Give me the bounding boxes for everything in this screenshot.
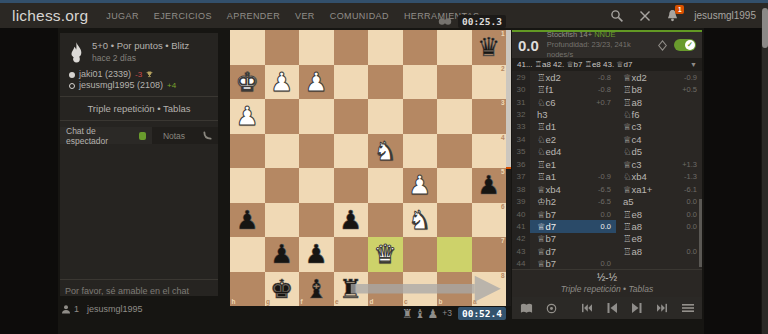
square-a8[interactable]: a8: [472, 272, 507, 307]
move-row-32: 32h3♘f6: [512, 108, 702, 120]
white-move-40[interactable]: ♕b70.0: [530, 208, 616, 220]
move-number: 29: [512, 71, 530, 83]
black-pawn[interactable]: ♟: [339, 207, 362, 233]
square-c4[interactable]: [403, 134, 438, 169]
square-b6[interactable]: [437, 203, 472, 238]
challenge-cross-icon[interactable]: [639, 10, 651, 22]
right-margin: [704, 28, 761, 334]
square-b3[interactable]: [437, 99, 472, 134]
square-f8[interactable]: ♝f: [299, 272, 334, 307]
white-move-39[interactable]: ♔h2-6.5: [530, 195, 616, 207]
square-a3[interactable]: 3: [472, 99, 507, 134]
san: ♔h2: [537, 196, 556, 207]
player-row-black[interactable]: jaki01 (2339) -3: [69, 69, 209, 80]
black-rook[interactable]: ♜: [339, 276, 362, 302]
square-d6[interactable]: [368, 203, 403, 238]
move-number: 37: [512, 171, 530, 183]
black-move-34[interactable]: ♕c4: [616, 133, 702, 145]
black-move-33[interactable]: ♕c3: [616, 121, 702, 133]
square-h6[interactable]: ♟: [230, 203, 265, 238]
square-e1[interactable]: [334, 30, 369, 65]
rank-label: 2: [501, 66, 505, 73]
chevron-down-icon[interactable]: ▼: [690, 61, 697, 68]
white-pawn[interactable]: ♟: [236, 103, 259, 129]
move-row-44: 44♕b70.0: [512, 258, 702, 269]
engine-toggle[interactable]: ✓: [674, 39, 696, 51]
topnav-right: 1 jesusmgl1995: [610, 9, 756, 23]
last-move-button[interactable]: [656, 303, 668, 313]
san: ♖e8: [623, 233, 642, 244]
next-move-button[interactable]: [631, 302, 643, 314]
black-move-37[interactable]: ♘xb4-1.3: [616, 171, 702, 183]
white-pawn[interactable]: ♟: [305, 69, 328, 95]
square-c8[interactable]: c: [403, 272, 438, 307]
white-move-41[interactable]: ♕d70.0: [530, 220, 616, 232]
eval: -0.8: [598, 85, 611, 94]
san: ♖b8: [623, 84, 642, 95]
san: ♖a8: [623, 97, 642, 108]
rank-label: 1: [501, 31, 505, 38]
file-label: e: [335, 299, 339, 306]
white-move-33[interactable]: ♖d1: [530, 121, 616, 133]
square-e7[interactable]: [334, 237, 369, 272]
move-number: 35: [512, 146, 530, 158]
move-row-30: 30♖f1-0.8♖b8+0.5: [512, 83, 702, 95]
analysis-panel: 0.0 Stockfish 14+ NNUE Profundidad: 23/2…: [512, 30, 702, 319]
san: ♖d1: [537, 121, 556, 132]
san: ♕xa1+: [623, 184, 652, 195]
san: ♘d5: [623, 146, 642, 157]
move-row-43: 43♕d7♖a80.0: [512, 245, 702, 257]
square-c2[interactable]: [403, 65, 438, 100]
chat-toggle[interactable]: [139, 132, 146, 140]
previous-move-button[interactable]: [606, 302, 618, 314]
rank-label: 8: [501, 273, 505, 280]
square-g6[interactable]: [265, 203, 300, 238]
square-e8[interactable]: ♜e: [334, 272, 369, 307]
black-bishop[interactable]: ♝: [305, 276, 328, 302]
square-g5[interactable]: [265, 168, 300, 203]
black-move-43[interactable]: ♖a80.0: [616, 245, 702, 257]
person-icon: [62, 305, 70, 314]
white-move-38[interactable]: ♕xb4-6.5: [530, 183, 616, 195]
black-move-32[interactable]: ♘f6: [616, 108, 702, 120]
san: ♕b7: [537, 233, 556, 244]
spectator-list: 1 jesusmgl1995: [62, 304, 143, 314]
page-scrollbar-thumb[interactable]: [762, 8, 768, 48]
square-c7[interactable]: [403, 237, 438, 272]
white-move-29[interactable]: ♖xd2-0.8: [530, 71, 616, 83]
white-knight[interactable]: ♞: [374, 138, 397, 164]
top-player-bar: 00:25.3: [438, 15, 506, 28]
square-c5[interactable]: ♟: [403, 168, 438, 203]
eval: 0.0: [601, 210, 611, 219]
eval: 0.0: [687, 210, 697, 219]
square-f3[interactable]: [299, 99, 334, 134]
san: ♖f1: [537, 84, 553, 95]
black-move-35[interactable]: ♘d5: [616, 146, 702, 158]
captured-pieces: ♜♝♟: [402, 304, 440, 322]
san: ♕xb4: [537, 184, 561, 195]
eval: +0.5: [682, 85, 697, 94]
move-number: 43: [512, 245, 530, 257]
move-row-41: 41♕d70.0♖a80.0: [512, 220, 702, 232]
page-scrollbar[interactable]: [762, 3, 768, 334]
square-f6[interactable]: [299, 203, 334, 238]
square-a5[interactable]: ♟5: [472, 168, 507, 203]
square-d1[interactable]: [368, 30, 403, 65]
black-move-31[interactable]: ♖a8: [616, 96, 702, 108]
game-result-status: Triple repetición • Tablas: [69, 102, 209, 115]
black-pawn[interactable]: ♟: [305, 241, 328, 267]
move-number: 42: [512, 233, 530, 245]
black-move-39[interactable]: a50.0: [616, 195, 702, 207]
white-clock: 00:25.3: [458, 15, 506, 28]
move-number: 40: [512, 208, 530, 220]
black-king[interactable]: ♚: [270, 276, 293, 302]
engine-line-moves[interactable]: 41... ♖a8 42. ♕b7 ♖e8 43. ♕d7: [517, 60, 632, 69]
black-move-30[interactable]: ♖b8+0.5: [616, 83, 702, 95]
white-move-30[interactable]: ♖f1-0.8: [530, 83, 616, 95]
square-c3[interactable]: [403, 99, 438, 134]
move-row-34: 34♘e2♕c4: [512, 133, 702, 145]
rank-label: 6: [501, 204, 505, 211]
divider: [60, 120, 218, 121]
players: jaki01 (2339) -3 jesusmgl1995 (2108) +4: [69, 69, 209, 91]
square-e4[interactable]: [334, 134, 369, 169]
square-e3[interactable]: [334, 99, 369, 134]
white-knight[interactable]: ♞: [408, 207, 431, 233]
square-h3[interactable]: ♟: [230, 99, 265, 134]
file-label: h: [232, 299, 236, 306]
black-player-name[interactable]: jaki01 (2339): [79, 69, 131, 80]
square-b7[interactable]: [437, 237, 472, 272]
eval: -6.5: [598, 197, 611, 206]
square-b5[interactable]: [437, 168, 472, 203]
black-pawn[interactable]: ♟: [270, 241, 293, 267]
white-move-37[interactable]: ♖a1-0.9: [530, 171, 616, 183]
move-number: 36: [512, 158, 530, 170]
square-h5[interactable]: [230, 168, 265, 203]
san: ♖a8: [623, 246, 642, 257]
topnav-items: JUGAREJERCICIOSAPRENDERVERCOMUNIDADHERRA…: [106, 11, 494, 21]
san: ♘f6: [623, 109, 639, 120]
square-h4[interactable]: [230, 134, 265, 169]
san: h3: [537, 109, 548, 120]
white-move-44[interactable]: ♕b70.0: [530, 258, 616, 269]
blitz-flame-icon: [69, 42, 84, 63]
black-move-40[interactable]: ♖e80.0: [616, 208, 702, 220]
san: ♖a8: [623, 221, 642, 232]
gauge-toggle-icon[interactable]: [658, 40, 667, 51]
black-move-44[interactable]: [616, 258, 702, 269]
tournament-trophy-mini-icon: [146, 71, 153, 78]
eval: -6.1: [684, 185, 697, 194]
chat-messages: [60, 144, 218, 279]
eval: 0.0: [601, 222, 611, 231]
square-c1[interactable]: [403, 30, 438, 65]
game-date: hace 2 días: [92, 53, 189, 63]
white-king[interactable]: ♚: [236, 69, 259, 95]
game-result: ½-½: [512, 272, 702, 283]
result-block: ½-½ Triple repetición • Tablas: [512, 269, 702, 297]
board-wrap: 00:25.3 ♛1♚♟♟2♟3♞4♟♟5♟♟♞6♟♟♛7h♚g♝f♜edcba…: [230, 30, 506, 306]
rank-label: 7: [501, 238, 505, 245]
square-e6[interactable]: ♟: [334, 203, 369, 238]
spectators-binoculars-icon: [438, 17, 452, 26]
captured-piece: ♝: [415, 307, 426, 321]
san: ♘ed4: [537, 146, 561, 157]
black-rating-change: -3: [135, 69, 142, 80]
move-number: 44: [512, 258, 530, 269]
white-move-34[interactable]: ♘e2: [530, 133, 616, 145]
chat-input[interactable]: [60, 283, 218, 299]
move-list-scrollbar[interactable]: [699, 199, 702, 267]
eval: -1.3: [684, 172, 697, 181]
san: ♕xd2: [623, 72, 647, 83]
move-row-35: 35♘ed4♘d5: [512, 146, 702, 158]
move-row-40: 40♕b70.0♖e80.0: [512, 208, 702, 220]
tab-notes[interactable]: Notas: [152, 127, 196, 144]
move-row-37: 37♖a1-0.9♘xb4-1.3: [512, 171, 702, 183]
san: ♖e8: [623, 209, 642, 220]
move-number: 34: [512, 133, 530, 145]
gauge-midpoint-tick: [506, 167, 511, 169]
eval: -0.8: [598, 73, 611, 82]
material-advantage: +3: [442, 308, 452, 318]
white-player-dot: [69, 83, 75, 89]
move-number: 32: [512, 108, 530, 120]
square-h2[interactable]: ♚: [230, 65, 265, 100]
black-pawn[interactable]: ♟: [477, 172, 500, 198]
board: ♛1♚♟♟2♟3♞4♟♟5♟♟♞6♟♟♛7h♚g♝f♜edcba8: [230, 30, 506, 306]
san: ♖xd2: [537, 72, 561, 83]
square-f5[interactable]: [299, 168, 334, 203]
lichess-app: lichess.org JUGAREJERCICIOSAPRENDERVERCO…: [0, 0, 768, 334]
username[interactable]: jesusmgl1995: [694, 10, 756, 21]
left-margin: [0, 28, 58, 334]
move-number: 30: [512, 83, 530, 95]
engine-depth: Profundidad: 23/23, 241k nodes/s: [547, 40, 658, 60]
bottom-player-bar: ♜♝♟ +3 00:52.4: [402, 304, 506, 322]
black-queen[interactable]: ♛: [477, 34, 500, 60]
rank-label: 3: [501, 100, 505, 107]
rank-label: 4: [501, 135, 505, 142]
eval: +0.7: [596, 98, 611, 107]
white-move-31[interactable]: ♘c6+0.7: [530, 96, 616, 108]
rank-label: 5: [501, 169, 505, 176]
square-g4[interactable]: [265, 134, 300, 169]
eval: -0.9: [684, 73, 697, 82]
square-g8[interactable]: ♚g: [265, 272, 300, 307]
captured-piece: ♜: [402, 307, 413, 321]
move-number: 33: [512, 121, 530, 133]
square-c6[interactable]: ♞: [403, 203, 438, 238]
black-player-dot: [69, 72, 75, 78]
engine-toggle-knob: ✓: [685, 40, 695, 50]
notification-badge: 1: [675, 5, 684, 14]
san: a5: [623, 196, 634, 207]
san: ♕b7: [537, 258, 556, 269]
square-h8[interactable]: h: [230, 272, 265, 307]
square-b8[interactable]: b: [437, 272, 472, 307]
san: ♕c3: [623, 121, 642, 132]
san: ♕d7: [537, 221, 556, 232]
engine-name: Stockfish 14+ NNUE: [547, 30, 658, 40]
black-clock: 00:52.4: [458, 307, 506, 320]
black-pawn[interactable]: ♟: [236, 207, 259, 233]
square-h7[interactable]: [230, 237, 265, 272]
menu-hamburger-icon[interactable]: [682, 303, 694, 313]
square-f4[interactable]: [299, 134, 334, 169]
move-row-29: 29♖xd2-0.8♕xd2-0.9: [512, 71, 702, 83]
notifications-bell-icon[interactable]: 1: [666, 9, 679, 22]
square-d8[interactable]: d: [368, 272, 403, 307]
square-a6[interactable]: 6: [472, 203, 507, 238]
square-f1[interactable]: [299, 30, 334, 65]
square-d7[interactable]: ♛: [368, 237, 403, 272]
san: ♕c4: [623, 134, 642, 145]
move-number: 31: [512, 96, 530, 108]
analysis-controls: [512, 297, 702, 319]
spectator-count: 1: [74, 304, 79, 314]
opening-book-icon[interactable]: [520, 303, 533, 314]
eval: -6.5: [598, 185, 611, 194]
square-a7[interactable]: 7: [472, 237, 507, 272]
black-move-36[interactable]: ♕c3+1.3: [616, 158, 702, 170]
white-pawn[interactable]: ♟: [408, 172, 431, 198]
san: ♖a1: [537, 171, 556, 182]
square-a4[interactable]: 4: [472, 134, 507, 169]
nav-item-ver[interactable]: VER: [295, 11, 315, 21]
nav-item-aprender[interactable]: APRENDER: [227, 11, 280, 21]
chat-input-row: [60, 279, 218, 296]
square-d4[interactable]: ♞: [368, 134, 403, 169]
white-pawn[interactable]: ♟: [270, 69, 293, 95]
player-row-white[interactable]: jesusmgl1995 (2108) +4: [69, 80, 209, 91]
eval: 0.0: [687, 197, 697, 206]
first-move-button[interactable]: [581, 303, 593, 313]
time-control: 5+0 • Por puntos • Blitz: [92, 40, 189, 51]
captured-piece: ♟: [427, 307, 438, 321]
lichess-logo[interactable]: lichess.org: [12, 7, 88, 25]
search-icon[interactable]: [610, 9, 624, 23]
eval: 0.0: [687, 222, 697, 231]
white-move-32[interactable]: h3: [530, 108, 616, 120]
square-b1[interactable]: [437, 30, 472, 65]
square-d3[interactable]: [368, 99, 403, 134]
result-reason: Triple repetición • Tablas: [512, 284, 702, 294]
san: ♕d7: [537, 246, 556, 257]
white-rating-change: +4: [167, 80, 176, 91]
san: ♖e1: [537, 159, 556, 170]
move-row-38: 38♕xb4-6.5♕xa1+-6.1: [512, 183, 702, 195]
eval-gauge: [506, 30, 511, 306]
eval: -0.9: [598, 172, 611, 181]
white-move-36[interactable]: ♖e1: [530, 158, 616, 170]
target-icon[interactable]: [546, 303, 557, 314]
move-row-36: 36♖e1♕c3+1.3: [512, 158, 702, 170]
san: ♘xb4: [623, 171, 647, 182]
san: ♕b7: [537, 209, 556, 220]
spectator-name[interactable]: jesusmgl1995: [87, 304, 143, 314]
white-move-42[interactable]: ♕b7: [530, 233, 616, 245]
move-list: 29♖xd2-0.8♕xd2-0.930♖f1-0.8♖b8+0.531♘c6+…: [512, 71, 702, 269]
phone-icon[interactable]: [196, 127, 218, 144]
black-move-38[interactable]: ♕xa1+-6.1: [616, 183, 702, 195]
chat-tabs: Chat de espectador Notas: [60, 127, 218, 144]
square-a1[interactable]: ♛1: [472, 30, 507, 65]
black-move-42[interactable]: ♖e8: [616, 233, 702, 245]
chat-tab-label: Chat de espectador: [66, 126, 134, 146]
move-number: 39: [512, 195, 530, 207]
file-label: g: [266, 299, 270, 306]
white-player-name[interactable]: jesusmgl1995 (2108): [79, 80, 163, 91]
move-row-39: 39♔h2-6.5a50.0: [512, 195, 702, 207]
san: ♘c6: [537, 97, 556, 108]
white-move-43[interactable]: ♕d7: [530, 245, 616, 257]
black-move-41[interactable]: ♖a80.0: [616, 220, 702, 232]
move-number: 41: [512, 220, 530, 232]
tab-spectator-chat[interactable]: Chat de espectador: [60, 127, 152, 144]
white-move-35[interactable]: ♘ed4: [530, 146, 616, 158]
notes-tab-label: Notas: [163, 131, 185, 141]
engine-header: 0.0 Stockfish 14+ NNUE Profundidad: 23/2…: [512, 32, 702, 58]
engine-best-line[interactable]: 41... ♖a8 42. ♕b7 ♖e8 43. ♕d7 ▼: [512, 58, 702, 71]
file-label: f: [301, 299, 303, 306]
nav-item-jugar[interactable]: JUGAR: [106, 11, 139, 21]
square-e2[interactable]: [334, 65, 369, 100]
square-b2[interactable]: [437, 65, 472, 100]
eval: 0.0: [601, 259, 611, 268]
san: ♘e2: [537, 134, 556, 145]
chat-panel: Chat de espectador Notas: [60, 127, 218, 296]
square-b4[interactable]: [437, 134, 472, 169]
move-row-42: 42♕b7♖e8: [512, 233, 702, 245]
divider: [60, 96, 218, 97]
top-navigation: lichess.org JUGAREJERCICIOSAPRENDERVERCO…: [0, 3, 768, 28]
san: ♕c3: [623, 159, 642, 170]
square-g7[interactable]: ♟: [265, 237, 300, 272]
file-label: d: [370, 299, 374, 306]
move-number: 38: [512, 183, 530, 195]
square-d2[interactable]: [368, 65, 403, 100]
square-g2[interactable]: ♟: [265, 65, 300, 100]
square-g1[interactable]: [265, 30, 300, 65]
square-e5[interactable]: [334, 168, 369, 203]
square-h1[interactable]: [230, 30, 265, 65]
nav-item-comunidad[interactable]: COMUNIDAD: [330, 11, 389, 21]
nav-item-ejercicios[interactable]: EJERCICIOS: [154, 11, 212, 21]
nnue-tag: NNUE: [594, 30, 615, 39]
eval: 0.0: [687, 247, 697, 256]
square-g3[interactable]: [265, 99, 300, 134]
eval: +1.3: [682, 160, 697, 169]
move-row-33: 33♖d1♕c3: [512, 121, 702, 133]
black-move-29[interactable]: ♕xd2-0.9: [616, 71, 702, 83]
engine-eval: 0.0: [518, 37, 539, 54]
square-d5[interactable]: [368, 168, 403, 203]
white-queen[interactable]: ♛: [374, 241, 397, 267]
square-f7[interactable]: ♟: [299, 237, 334, 272]
square-f2[interactable]: ♟: [299, 65, 334, 100]
square-a2[interactable]: 2: [472, 65, 507, 100]
move-row-31: 31♘c6+0.7♖a8: [512, 96, 702, 108]
